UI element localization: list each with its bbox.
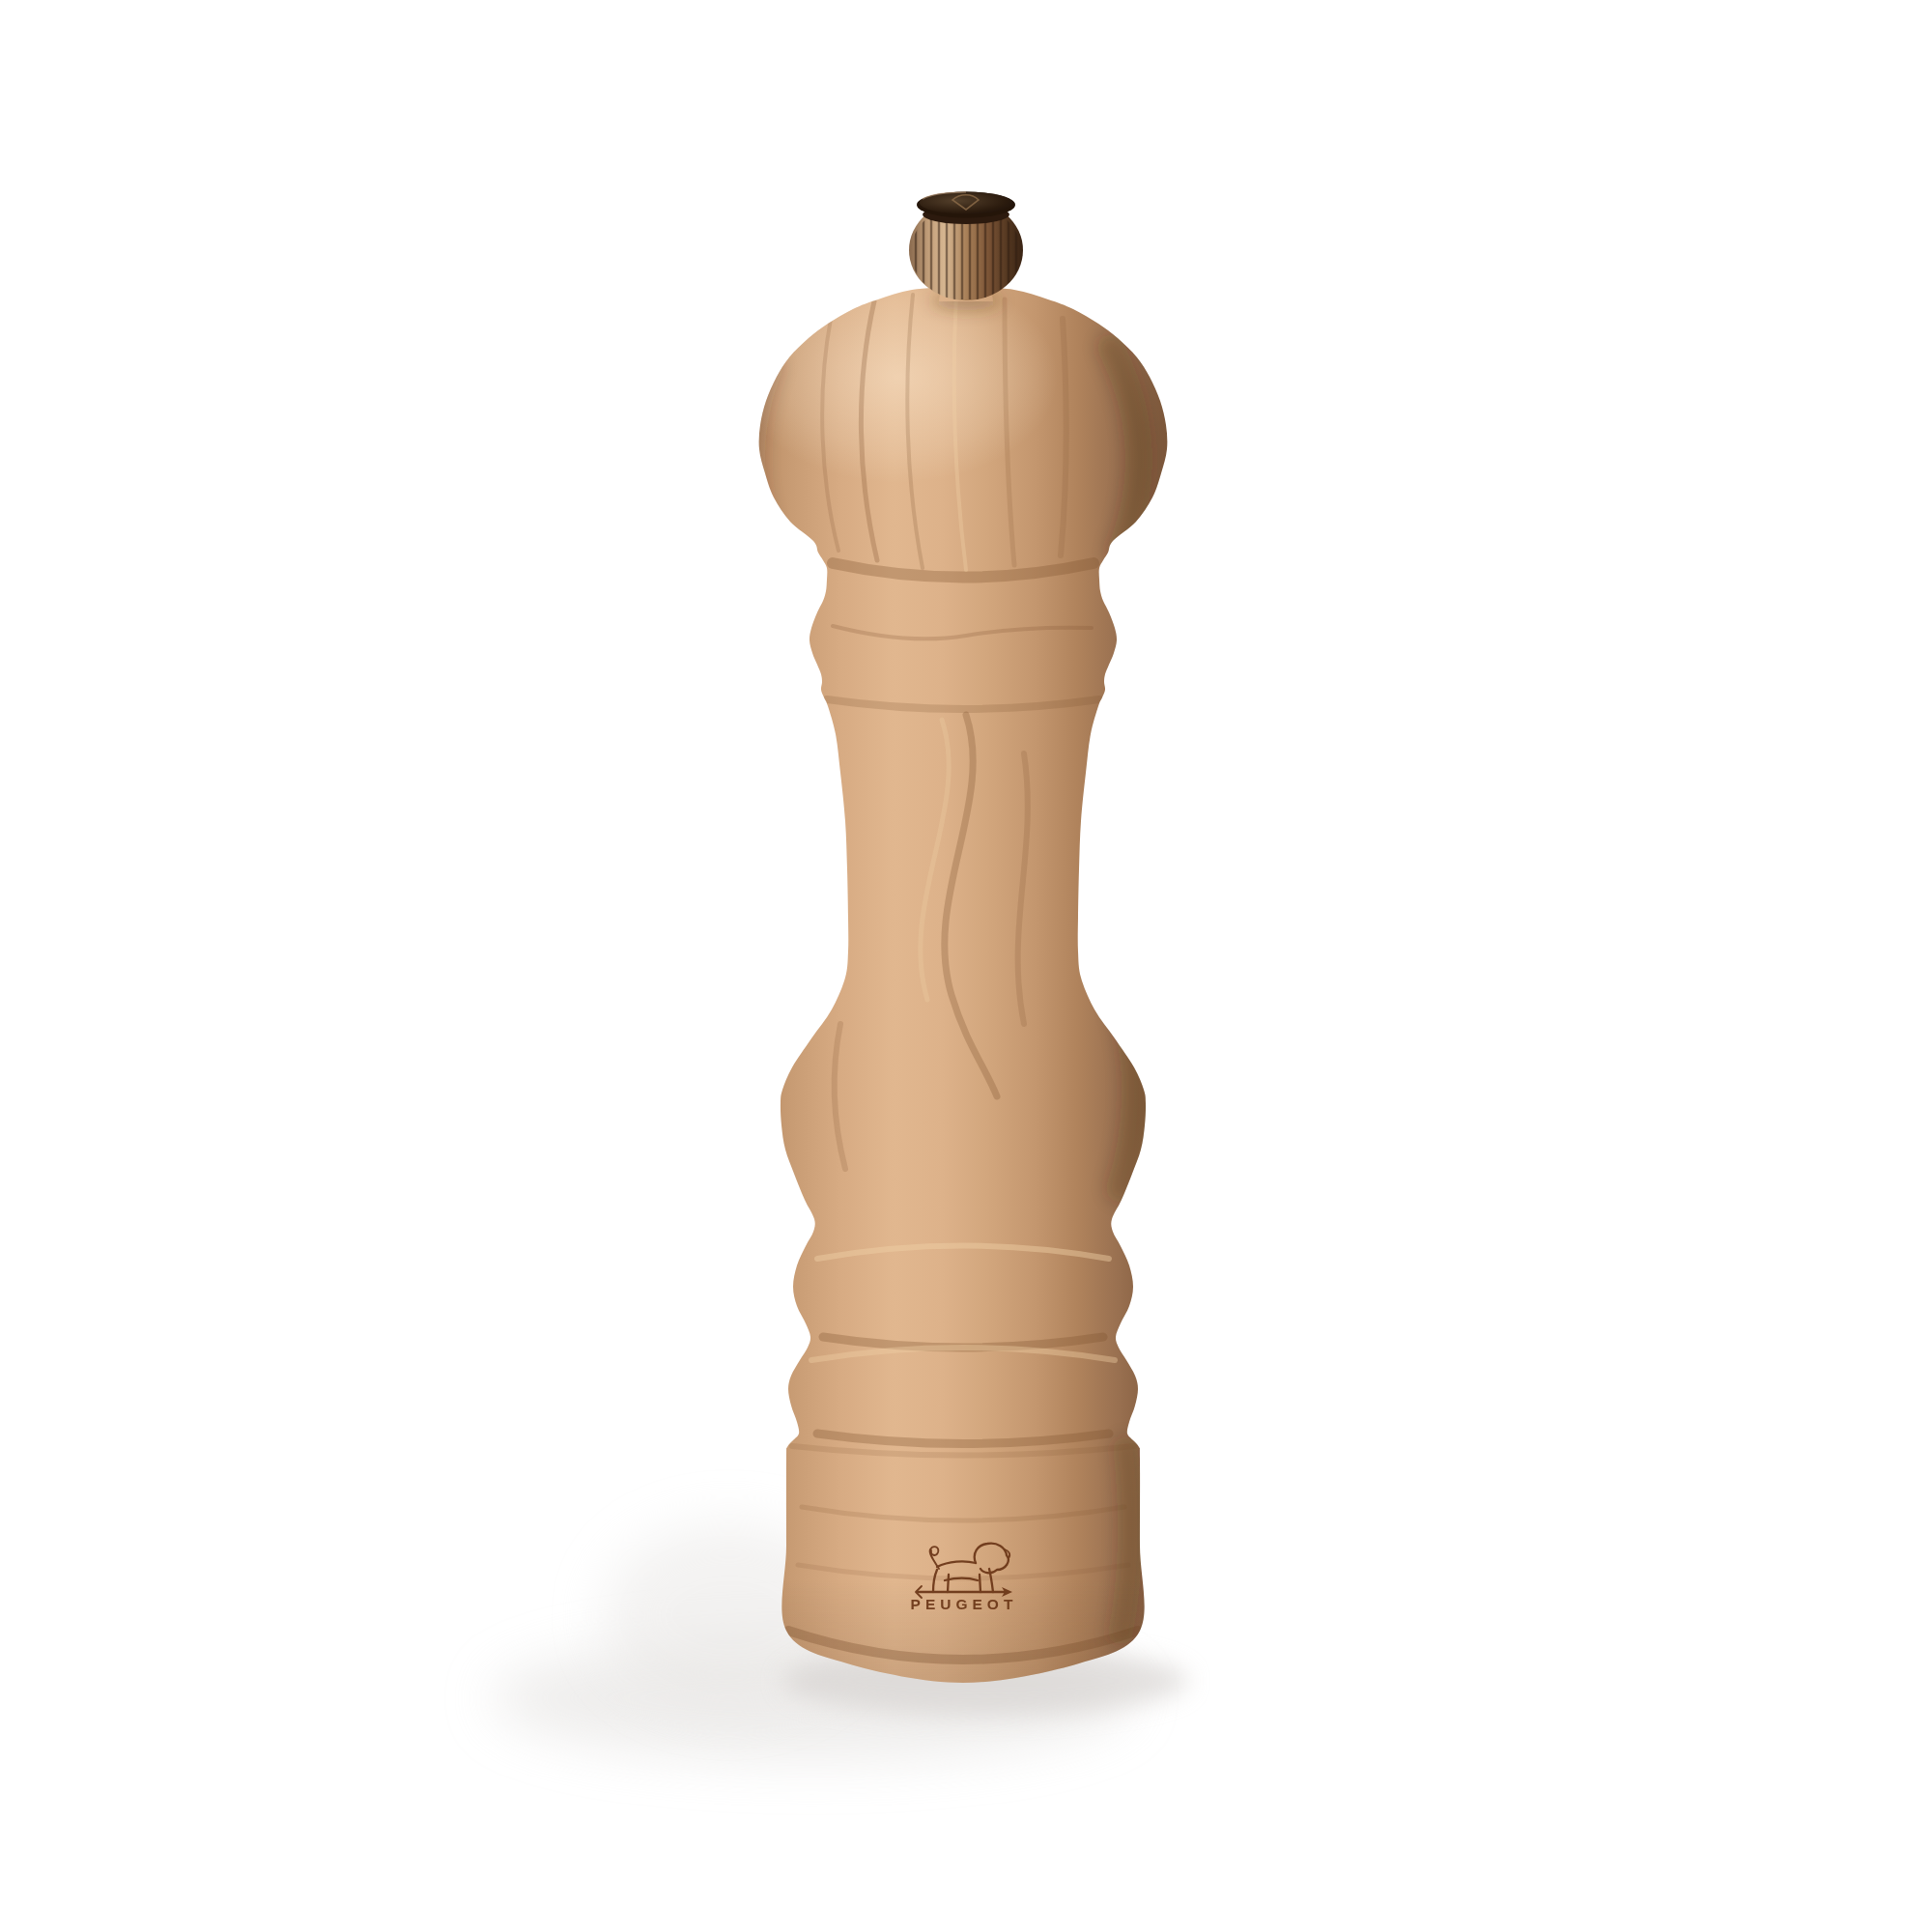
brand-wordmark: PEUGEOT — [911, 1596, 1018, 1612]
grinder-knob — [909, 192, 1023, 302]
pepper-mill-illustration: PEUGEOT — [0, 0, 1932, 1932]
product-photo-stage: PEUGEOT — [0, 0, 1932, 1932]
